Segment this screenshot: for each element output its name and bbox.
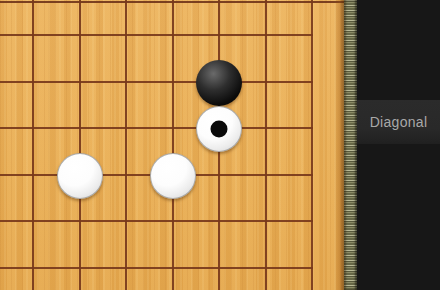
move-option-diagonal[interactable]: Diagonal [357,100,440,144]
grid-line-vertical [125,0,127,290]
stone-white[interactable] [57,153,103,199]
go-board[interactable] [0,0,344,290]
grid-line-horizontal [0,34,313,36]
app-window: Diagonal [0,0,440,290]
stone-white-last-move[interactable] [196,106,242,152]
last-move-marker [211,121,228,138]
grid-line-horizontal [0,220,313,222]
stone-white[interactable] [150,153,196,199]
board-edge-shading [334,0,344,290]
side-panel: Diagonal [357,0,440,290]
grid-line-horizontal [0,267,313,269]
grid-line-vertical [265,0,267,290]
grid-line-horizontal [0,81,313,83]
grid-line-vertical [79,0,81,290]
grid-line-vertical [32,0,34,290]
move-option-label: Diagonal [370,114,428,130]
grid-line-vertical [311,0,313,290]
grid-line-vertical [172,0,174,290]
stone-black[interactable] [196,60,242,106]
board-side-texture [344,0,357,290]
grid-line-horizontal [0,127,313,129]
